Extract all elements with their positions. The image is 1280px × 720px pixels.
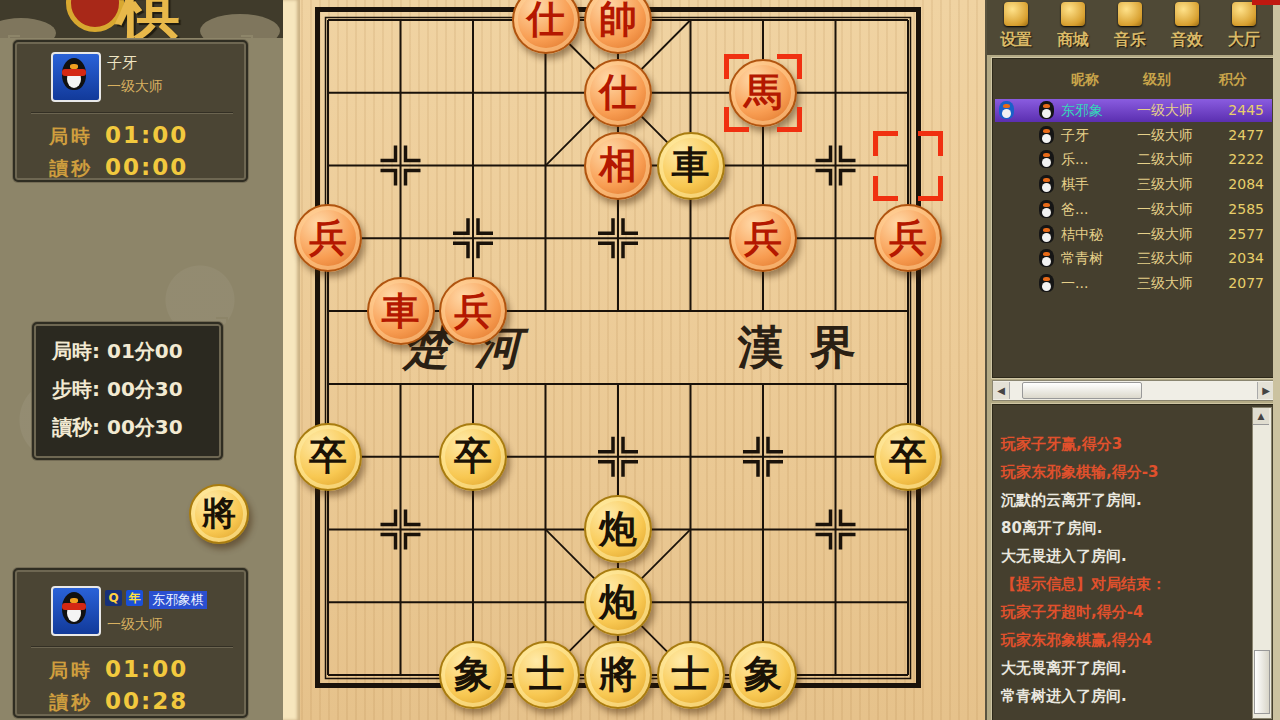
top-player-card: 子牙 一级大师 局時01:00讀秒00:00	[13, 40, 248, 182]
player-row-子牙[interactable]: 子牙一级大师2477	[995, 124, 1272, 147]
player-score: 2077	[1228, 275, 1264, 291]
player-name: 爸...	[1061, 201, 1088, 219]
menu-item-音效[interactable]: 音效	[1162, 2, 1212, 51]
xiangqi-piece-black-炮[interactable]: 炮	[584, 568, 652, 636]
xiangqi-piece-black-象[interactable]: 象	[439, 641, 507, 709]
menu-label: 大厅	[1219, 30, 1269, 51]
side-indicator-piece: 將	[189, 484, 249, 544]
player-rank: 二级大师	[1137, 151, 1193, 169]
player-avatar-icon	[1039, 274, 1054, 292]
xiangqi-piece-black-卒[interactable]: 卒	[294, 423, 362, 491]
screen-artifact	[1252, 0, 1280, 5]
player-name: 东邪象	[1061, 102, 1103, 120]
match-clock-row: 步時: 00分30	[52, 376, 183, 403]
xiangqi-piece-black-將[interactable]: 將	[584, 641, 652, 709]
chat-message: 玩家子牙超时,得分-4	[1001, 603, 1250, 622]
table-header-级别[interactable]: 级别	[1143, 71, 1171, 89]
chat-message: 大无畏进入了房间.	[1001, 547, 1250, 566]
chat-message: 80离开了房间.	[1001, 519, 1250, 538]
year-vip-badge-icon: 年	[126, 590, 143, 606]
bottom-player-rank: 一级大师	[107, 616, 163, 634]
player-name: 桔中秘	[1061, 226, 1103, 244]
shop-icon	[1061, 2, 1085, 26]
xiangqi-piece-red-相[interactable]: 相	[584, 132, 652, 200]
top-menu: 设置商城音乐音效大厅	[987, 0, 1273, 55]
player-rank: 一级大师	[1137, 102, 1193, 120]
chat-box: 玩家子牙赢,得分3玩家东邪象棋输,得分-3沉默的云离开了房间.80离开了房间.大…	[992, 404, 1275, 720]
xiangqi-piece-red-仕[interactable]: 仕	[584, 59, 652, 127]
player-rank: 三级大师	[1137, 176, 1193, 194]
chat-message: 玩家东邪象棋输,得分-3	[1001, 463, 1250, 482]
match-clock-panel: 局時: 01分00步時: 00分30讀秒: 00分30	[32, 322, 223, 460]
menu-item-大厅[interactable]: 大厅	[1219, 2, 1269, 51]
player-avatar-icon	[1039, 101, 1054, 119]
right-panel: 设置商城音乐音效大厅 昵称级别积分 东邪象一级大师2445子牙一级大师2477乐…	[985, 0, 1280, 720]
match-clock-row: 讀秒: 00分30	[52, 414, 183, 441]
game-window: 棋 子牙 一级大师 局時01:00讀秒00:00 局時: 01分00步時: 00…	[0, 0, 1280, 720]
table-header-昵称[interactable]: 昵称	[1071, 71, 1099, 89]
player-avatar-icon	[1039, 225, 1054, 243]
player-score: 2034	[1228, 250, 1264, 266]
move-origin-marker	[873, 131, 943, 201]
bottom-player-avatar[interactable]	[51, 586, 101, 636]
board-area: 楚河漢界 仕帥仕馬相車兵兵兵車兵卒卒卒炮炮象士將士象	[283, 0, 985, 720]
logo-character: 棋	[116, 0, 180, 38]
player-score: 2585	[1228, 201, 1264, 217]
vscroll-thumb[interactable]	[1254, 650, 1270, 714]
player-score: 2222	[1228, 151, 1264, 167]
bottom-player-name: 东邪象棋	[149, 591, 207, 609]
player-score: 2084	[1228, 176, 1264, 192]
left-panel: 棋 子牙 一级大师 局時01:00讀秒00:00 局時: 01分00步時: 00…	[0, 0, 283, 720]
chat-message: 【提示信息】对局结束：	[1001, 575, 1250, 594]
player-score: 2577	[1228, 226, 1264, 242]
xiangqi-piece-red-兵[interactable]: 兵	[729, 204, 797, 272]
menu-label: 音乐	[1105, 30, 1155, 51]
menu-item-设置[interactable]: 设置	[991, 2, 1041, 51]
player-row-棋手[interactable]: 棋手三级大师2084	[995, 173, 1272, 196]
xiangqi-piece-red-仕[interactable]: 仕	[512, 0, 580, 54]
piece-layer: 仕帥仕馬相車兵兵兵車兵卒卒卒炮炮象士將士象	[292, 0, 945, 711]
match-clock-row: 局時: 01分00	[52, 338, 183, 365]
music-icon	[1118, 2, 1142, 26]
player-row-乐...[interactable]: 乐...二级大师2222	[995, 148, 1272, 171]
player-row-常青树[interactable]: 常青树三级大师2034	[995, 247, 1272, 270]
xiangqi-piece-red-車[interactable]: 車	[367, 277, 435, 345]
settings-icon	[1004, 2, 1028, 26]
player-rank: 三级大师	[1137, 250, 1193, 268]
player-row-桔中秘[interactable]: 桔中秘一级大师2577	[995, 223, 1272, 246]
clock-row: 局時01:00	[49, 122, 188, 150]
player-name: 子牙	[1061, 127, 1089, 145]
player-rank: 一级大师	[1137, 201, 1193, 219]
chat-message: 大无畏离开了房间.	[1001, 659, 1250, 678]
player-list-hscrollbar[interactable]: ◀ ▶	[992, 380, 1275, 401]
player-rank: 一级大师	[1137, 127, 1193, 145]
player-list-box: 昵称级别积分 东邪象一级大师2445子牙一级大师2477乐...二级大师2222…	[992, 58, 1275, 378]
menu-item-商城[interactable]: 商城	[1048, 2, 1098, 51]
menu-item-音乐[interactable]: 音乐	[1105, 2, 1155, 51]
penguin-badge-icon: Q	[105, 590, 122, 606]
top-player-name: 子牙	[107, 54, 137, 73]
player-avatar-icon	[1039, 150, 1054, 168]
player-row-一...[interactable]: 一...三级大师2077	[995, 272, 1272, 295]
xiangqi-piece-black-士[interactable]: 士	[512, 641, 580, 709]
player-name: 乐...	[1061, 151, 1088, 169]
xiangqi-piece-red-帥[interactable]: 帥	[584, 0, 652, 54]
top-player-rank: 一级大师	[107, 78, 163, 96]
player-avatar-icon	[1039, 200, 1054, 218]
xiangqi-piece-black-炮[interactable]: 炮	[584, 495, 652, 563]
menu-label: 商城	[1048, 30, 1098, 51]
chat-message: 沉默的云离开了房间.	[1001, 491, 1250, 510]
player-name: 常青树	[1061, 250, 1103, 268]
player-row-爸...[interactable]: 爸...一级大师2585	[995, 198, 1272, 221]
xiangqi-piece-red-兵[interactable]: 兵	[439, 277, 507, 345]
top-player-avatar[interactable]	[51, 52, 101, 102]
scroll-left-arrow-icon[interactable]: ◀	[993, 382, 1010, 399]
clock-row: 讀秒00:00	[49, 154, 188, 182]
hscroll-thumb[interactable]	[1022, 382, 1142, 399]
chat-message: 常青树进入了房间.	[1001, 687, 1250, 706]
menu-label: 设置	[991, 30, 1041, 51]
xiangqi-piece-black-象[interactable]: 象	[729, 641, 797, 709]
chat-message: 玩家东邪象棋赢,得分4	[1001, 631, 1250, 650]
chat-message: 玩家子牙赢,得分3	[1001, 435, 1250, 454]
player-name: 棋手	[1061, 176, 1089, 194]
scroll-right-arrow-icon[interactable]: ▶	[1257, 382, 1274, 399]
in-game-indicator-icon	[999, 101, 1014, 119]
xiangqi-piece-red-兵[interactable]: 兵	[294, 204, 362, 272]
sound-icon	[1175, 2, 1199, 26]
xiangqi-piece-black-車[interactable]: 車	[657, 132, 725, 200]
player-score: 2445	[1228, 102, 1264, 118]
bottom-player-card: Q 年 东邪象棋 一级大师 局時01:00讀秒00:28	[13, 568, 248, 718]
player-rank: 三级大师	[1137, 275, 1193, 293]
chat-vscrollbar[interactable]: ▲	[1252, 407, 1272, 719]
player-avatar-icon	[1039, 126, 1054, 144]
table-header-积分[interactable]: 积分	[1219, 71, 1247, 89]
scroll-up-arrow-icon[interactable]: ▲	[1253, 408, 1269, 425]
player-name: 一...	[1061, 275, 1088, 293]
xiangqi-piece-black-卒[interactable]: 卒	[439, 423, 507, 491]
player-rank: 一级大师	[1137, 226, 1193, 244]
player-avatar-icon	[1039, 175, 1054, 193]
clock-row: 讀秒00:28	[49, 688, 188, 716]
xiangqi-piece-red-兵[interactable]: 兵	[874, 204, 942, 272]
clock-row: 局時01:00	[49, 656, 188, 684]
lobby-icon	[1232, 2, 1256, 26]
xiangqi-piece-black-士[interactable]: 士	[657, 641, 725, 709]
player-row-东邪象[interactable]: 东邪象一级大师2445	[995, 99, 1272, 122]
game-logo: 棋	[0, 0, 283, 38]
player-score: 2477	[1228, 127, 1264, 143]
xiangqi-piece-black-卒[interactable]: 卒	[874, 423, 942, 491]
player-avatar-icon	[1039, 249, 1054, 267]
menu-label: 音效	[1162, 30, 1212, 51]
move-destination-marker	[724, 54, 802, 132]
